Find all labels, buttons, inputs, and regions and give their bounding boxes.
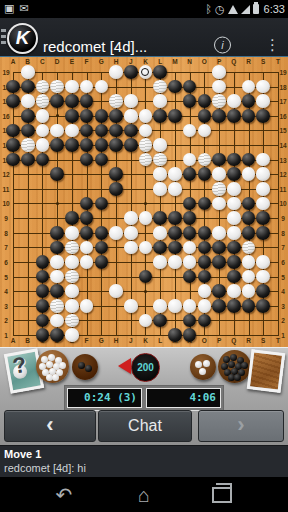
kgs-logo[interactable]: K: [7, 23, 38, 54]
white-stone-H4[interactable]: [109, 284, 123, 298]
row-label: 16: [2, 112, 9, 119]
black-stone-G15[interactable]: [95, 124, 109, 138]
black-stone-D8[interactable]: [50, 226, 64, 240]
white-stone-P10[interactable]: [212, 197, 226, 211]
white-stone-R12[interactable]: [242, 167, 256, 181]
black-stone-Q3[interactable]: [227, 299, 241, 313]
white-stone-L6[interactable]: [153, 255, 167, 269]
black-stone-M7[interactable]: [168, 241, 182, 255]
white-stone-Q17[interactable]: [227, 94, 241, 108]
black-stone-N2[interactable]: [183, 314, 197, 328]
row-label: 19: [279, 69, 286, 76]
column-label: G: [99, 337, 104, 344]
black-stone-S9[interactable]: [256, 211, 270, 225]
black-stone-R3[interactable]: [242, 299, 256, 313]
black-stone-A17[interactable]: [6, 94, 20, 108]
black-stone-M9[interactable]: [168, 211, 182, 225]
black-stone-F13[interactable]: [80, 153, 94, 167]
android-home-icon[interactable]: ⌂: [138, 483, 150, 506]
column-label: L: [158, 337, 162, 344]
black-stone-M1[interactable]: [168, 328, 182, 342]
move-label: Move 1: [4, 448, 41, 460]
row-label: 17: [279, 98, 286, 105]
star-point: [144, 290, 147, 293]
white-stone-bowl-icon: [36, 350, 69, 383]
white-stone-J9[interactable]: [124, 211, 138, 225]
white-stone-L3[interactable]: [153, 299, 167, 313]
white-stone-E7[interactable]: [65, 241, 79, 255]
column-label: R: [246, 58, 251, 65]
white-stone-J17[interactable]: [124, 94, 138, 108]
column-label: B: [25, 58, 30, 65]
star-point: [144, 202, 147, 205]
black-stone-C2[interactable]: [36, 314, 50, 328]
white-pebble: [199, 368, 206, 375]
white-stone-S11[interactable]: [256, 182, 270, 196]
white-stone-R6[interactable]: [242, 255, 256, 269]
black-stone-C3[interactable]: [36, 299, 50, 313]
player-photo-card[interactable]: [247, 349, 286, 393]
column-label: J: [129, 337, 133, 344]
black-stone-A14[interactable]: [6, 138, 20, 152]
white-stone-D3[interactable]: [50, 299, 64, 313]
black-stone-O2[interactable]: [198, 314, 212, 328]
white-stone-L11[interactable]: [153, 182, 167, 196]
black-stone-L2[interactable]: [153, 314, 167, 328]
white-stone-D18[interactable]: [50, 80, 64, 94]
black-stone-N18[interactable]: [183, 80, 197, 94]
chat-message: redcomet [4d]: hi: [4, 462, 86, 474]
black-stone-R8[interactable]: [242, 226, 256, 240]
white-stone-C14[interactable]: [36, 138, 50, 152]
black-stone-F10[interactable]: [80, 197, 94, 211]
black-pebble: [234, 374, 241, 381]
black-stone-R9[interactable]: [242, 211, 256, 225]
white-stone-E15[interactable]: [65, 124, 79, 138]
white-stone-E3[interactable]: [65, 299, 79, 313]
prev-move-button[interactable]: ‹: [4, 410, 96, 442]
black-stone-R13[interactable]: [242, 153, 256, 167]
black-stone-N12[interactable]: [183, 167, 197, 181]
white-clock: 0:24 (3): [67, 388, 142, 408]
black-stone-P4[interactable]: [212, 284, 226, 298]
white-stone-P18[interactable]: [212, 80, 226, 94]
white-stone-D6[interactable]: [50, 255, 64, 269]
white-stone-P8[interactable]: [212, 226, 226, 240]
black-stone-D12[interactable]: [50, 167, 64, 181]
black-stone-F16[interactable]: [80, 109, 94, 123]
column-label: K: [143, 58, 148, 65]
captured-white-stones-lid: [190, 354, 216, 380]
wifi-icon: [228, 5, 238, 14]
white-stone-C18[interactable]: [36, 80, 50, 94]
white-stone-O3[interactable]: [198, 299, 212, 313]
black-stone-C1[interactable]: [36, 328, 50, 342]
black-stone-O10[interactable]: [198, 197, 212, 211]
black-stone-O7[interactable]: [198, 241, 212, 255]
white-stone-K2[interactable]: [139, 314, 153, 328]
black-stone-N5[interactable]: [183, 270, 197, 284]
android-back-icon[interactable]: ↶: [56, 483, 73, 507]
column-label: H: [114, 58, 119, 65]
black-stone-O16[interactable]: [198, 109, 212, 123]
black-stone-H12[interactable]: [109, 167, 123, 181]
black-stone-F17[interactable]: [80, 94, 94, 108]
black-stone-P13[interactable]: [212, 153, 226, 167]
white-pebble: [52, 374, 59, 381]
white-stone-L13[interactable]: [153, 153, 167, 167]
white-stone-B19[interactable]: [21, 65, 35, 79]
white-stone-D15[interactable]: [50, 124, 64, 138]
black-stone-A15[interactable]: [6, 124, 20, 138]
black-stone-M16[interactable]: [168, 109, 182, 123]
alarm-icon: ◷: [215, 3, 225, 16]
white-stone-Q8[interactable]: [227, 226, 241, 240]
bluetooth-icon: ᛒ: [205, 3, 212, 16]
white-stone-Q10[interactable]: [227, 197, 241, 211]
black-stone-P6[interactable]: [212, 255, 226, 269]
white-stone-K7[interactable]: [139, 241, 153, 255]
black-stone-G7[interactable]: [95, 241, 109, 255]
black-stone-F15[interactable]: [80, 124, 94, 138]
column-label: T: [276, 58, 280, 65]
white-stone-R4[interactable]: [242, 284, 256, 298]
black-stone-K5[interactable]: [139, 270, 153, 284]
row-label: 11: [280, 185, 287, 192]
black-stone-N8[interactable]: [183, 226, 197, 240]
black-stone-R17[interactable]: [242, 94, 256, 108]
white-stone-E6[interactable]: [65, 255, 79, 269]
white-stone-L14[interactable]: [153, 138, 167, 152]
black-stone-O17[interactable]: [198, 94, 212, 108]
column-label: S: [261, 337, 265, 344]
white-stone-N15[interactable]: [183, 124, 197, 138]
white-stone-Q9[interactable]: [227, 211, 241, 225]
black-stone-F14[interactable]: [80, 138, 94, 152]
row-label: 7: [281, 244, 285, 251]
black-stone-G6[interactable]: [95, 255, 109, 269]
black-stone-E16[interactable]: [65, 109, 79, 123]
black-stone-Q16[interactable]: [227, 109, 241, 123]
white-stone-K19[interactable]: [139, 65, 153, 79]
white-stone-N6[interactable]: [183, 255, 197, 269]
menu-icon[interactable]: [1, 29, 6, 45]
white-stone-M6[interactable]: [168, 255, 182, 269]
white-stone-J3[interactable]: [124, 299, 138, 313]
status-time: 6:33: [264, 3, 285, 15]
white-stone-P11[interactable]: [212, 182, 226, 196]
black-stone-H11[interactable]: [109, 182, 123, 196]
move-back-arrow-icon[interactable]: [118, 358, 131, 374]
next-move-button[interactable]: ›: [198, 410, 284, 442]
black-stone-P7[interactable]: [212, 241, 226, 255]
kgs-app-screen: ▣ ✉ ᛒ ◷ 6:33 K redcomet [4d]... i ⋮ AABB…: [0, 0, 288, 512]
black-stone-J19[interactable]: [124, 65, 138, 79]
column-label: A: [11, 58, 16, 65]
star-point: [56, 202, 59, 205]
white-stone-H8[interactable]: [109, 226, 123, 240]
column-label: G: [99, 58, 104, 65]
white-stone-E18[interactable]: [65, 80, 79, 94]
black-stone-G16[interactable]: [95, 109, 109, 123]
chevron-right-icon: ›: [237, 412, 244, 437]
black-stone-A18[interactable]: [6, 80, 20, 94]
column-label: H: [114, 337, 119, 344]
black-stone-B18[interactable]: [21, 80, 35, 94]
row-label: 9: [4, 215, 8, 222]
black-stone-G13[interactable]: [95, 153, 109, 167]
game-title: redcomet [4d]...: [43, 38, 147, 55]
row-label: 4: [4, 288, 8, 295]
black-stone-G8[interactable]: [95, 226, 109, 240]
white-stone-S10[interactable]: [256, 197, 270, 211]
white-stone-N13[interactable]: [183, 153, 197, 167]
white-stone-F7[interactable]: [80, 241, 94, 255]
battery-icon: [253, 4, 259, 14]
white-stone-B14[interactable]: [21, 138, 35, 152]
black-stone-O12[interactable]: [198, 167, 212, 181]
white-stone-Q11[interactable]: [227, 182, 241, 196]
black-stone-L16[interactable]: [153, 109, 167, 123]
overflow-menu-icon[interactable]: ⋮: [265, 36, 280, 54]
black-stone-L7[interactable]: [153, 241, 167, 255]
black-stone-S4[interactable]: [256, 284, 270, 298]
row-label: 14: [279, 142, 286, 149]
white-stone-F6[interactable]: [80, 255, 94, 269]
row-label: 19: [2, 69, 9, 76]
white-stone-G18[interactable]: [95, 80, 109, 94]
white-stone-P17[interactable]: [212, 94, 226, 108]
android-nav-bar: ↶ ⌂: [0, 477, 288, 512]
white-stone-L18[interactable]: [153, 80, 167, 94]
black-stone-D4[interactable]: [50, 284, 64, 298]
row-label: 18: [279, 83, 286, 90]
black-stone-E17[interactable]: [65, 94, 79, 108]
white-stone-M12[interactable]: [168, 167, 182, 181]
row-label: 1: [4, 331, 8, 338]
black-stone-O6[interactable]: [198, 255, 212, 269]
white-stone-D2[interactable]: [50, 314, 64, 328]
white-stone-K9[interactable]: [139, 211, 153, 225]
black-stone-S16[interactable]: [256, 109, 270, 123]
white-stone-F3[interactable]: [80, 299, 94, 313]
white-stone-B17[interactable]: [21, 94, 35, 108]
white-stone-K15[interactable]: [139, 124, 153, 138]
white-stone-E4[interactable]: [65, 284, 79, 298]
column-label: E: [70, 58, 74, 65]
black-stone-E14[interactable]: [65, 138, 79, 152]
black-stone-F9[interactable]: [80, 211, 94, 225]
black-stone-Q5[interactable]: [227, 270, 241, 284]
white-stone-E1[interactable]: [65, 328, 79, 342]
black-stone-H15[interactable]: [109, 124, 123, 138]
white-stone-D5[interactable]: [50, 270, 64, 284]
row-label: 16: [279, 112, 286, 119]
white-stone-S17[interactable]: [256, 94, 270, 108]
black-stone-Q13[interactable]: [227, 153, 241, 167]
white-stone-E8[interactable]: [65, 226, 79, 240]
black-stone-B13[interactable]: [21, 153, 35, 167]
white-stone-K13[interactable]: [139, 153, 153, 167]
black-stone-D17[interactable]: [50, 94, 64, 108]
black-stone-R16[interactable]: [242, 109, 256, 123]
column-label: M: [172, 58, 177, 65]
white-stone-M11[interactable]: [168, 182, 182, 196]
row-label: 2: [4, 317, 8, 324]
black-stone-D7[interactable]: [50, 241, 64, 255]
white-stone-H17[interactable]: [109, 94, 123, 108]
black-stone-C6[interactable]: [36, 255, 50, 269]
white-stone-O15[interactable]: [198, 124, 212, 138]
chevron-left-icon: ‹: [46, 412, 53, 437]
info-icon[interactable]: i: [214, 37, 231, 54]
black-stone-M18[interactable]: [168, 80, 182, 94]
column-label: Q: [231, 58, 236, 65]
chat-area[interactable]: Move 1 redcomet [4d]: hi: [0, 445, 288, 478]
white-stone-N3[interactable]: [183, 299, 197, 313]
black-stone-L19[interactable]: [153, 65, 167, 79]
column-label: R: [246, 337, 251, 344]
white-stone-K16[interactable]: [139, 109, 153, 123]
row-label: 2: [281, 317, 285, 324]
column-label: K: [143, 337, 148, 344]
white-stone-M3[interactable]: [168, 299, 182, 313]
white-stone-J16[interactable]: [124, 109, 138, 123]
black-stone-C5[interactable]: [36, 270, 50, 284]
white-stone-F18[interactable]: [80, 80, 94, 94]
black-stone-E9[interactable]: [65, 211, 79, 225]
black-stone-N17[interactable]: [183, 94, 197, 108]
row-label: 9: [281, 215, 285, 222]
column-label: J: [129, 58, 133, 65]
android-status-bar: ▣ ✉ ᛒ ◷ 6:33: [0, 0, 288, 18]
black-stone-O5[interactable]: [198, 270, 212, 284]
black-stone-D14[interactable]: [50, 138, 64, 152]
white-stone-L17[interactable]: [153, 94, 167, 108]
white-pebble: [48, 354, 55, 361]
black-stone-N10[interactable]: [183, 197, 197, 211]
star-point: [56, 114, 59, 117]
white-stone-J8[interactable]: [124, 226, 138, 240]
go-board[interactable]: AABBCCDDEEFFGGHHJJKKLLMMNNOOPPQQRRSSTT19…: [0, 57, 288, 347]
row-label: 8: [4, 229, 8, 236]
black-stone-A13[interactable]: [6, 153, 20, 167]
white-stone-O4[interactable]: [198, 284, 212, 298]
white-stone-N7[interactable]: [183, 241, 197, 255]
white-stone-S18[interactable]: [256, 80, 270, 94]
black-stone-B16[interactable]: [21, 109, 35, 123]
white-stone-S12[interactable]: [256, 167, 270, 181]
black-pebble: [85, 365, 92, 372]
black-stone-N9[interactable]: [183, 211, 197, 225]
black-stone-J15[interactable]: [124, 124, 138, 138]
clock-frame: 0:24 (3) 4:06: [64, 385, 224, 411]
black-stone-H14[interactable]: [109, 138, 123, 152]
column-label: O: [202, 337, 207, 344]
black-stone-H16[interactable]: [109, 109, 123, 123]
column-label: L: [158, 58, 162, 65]
black-stone-J14[interactable]: [124, 138, 138, 152]
row-label: 15: [279, 127, 286, 134]
row-label: 10: [279, 200, 286, 207]
column-label: S: [261, 58, 265, 65]
captured-black-stones-lid: [72, 354, 98, 380]
black-stone-F8[interactable]: [80, 226, 94, 240]
white-stone-P12[interactable]: [212, 167, 226, 181]
white-stone-E5[interactable]: [65, 270, 79, 284]
black-stone-S8[interactable]: [256, 226, 270, 240]
white-stone-S6[interactable]: [256, 255, 270, 269]
black-stone-R10[interactable]: [242, 197, 256, 211]
white-stone-E2[interactable]: [65, 314, 79, 328]
white-stone-R7[interactable]: [242, 241, 256, 255]
white-stone-S5[interactable]: [256, 270, 270, 284]
move-number-badge[interactable]: 200: [131, 353, 160, 382]
row-label: 1: [281, 331, 285, 338]
black-stone-Q6[interactable]: [227, 255, 241, 269]
black-stone-G14[interactable]: [95, 138, 109, 152]
last-move-marker: [141, 68, 149, 76]
black-stone-C13[interactable]: [36, 153, 50, 167]
white-stone-R18[interactable]: [242, 80, 256, 94]
white-stone-R5[interactable]: [242, 270, 256, 284]
app-bar: K redcomet [4d]... i ⋮: [0, 18, 288, 56]
white-stone-J7[interactable]: [124, 241, 138, 255]
white-stone-H19[interactable]: [109, 65, 123, 79]
column-label: D: [55, 58, 60, 65]
black-stone-Q7[interactable]: [227, 241, 241, 255]
black-stone-P3[interactable]: [212, 299, 226, 313]
white-stone-L8[interactable]: [153, 226, 167, 240]
black-stone-O8[interactable]: [198, 226, 212, 240]
android-recents-icon[interactable]: [212, 487, 232, 503]
white-stone-C17[interactable]: [36, 94, 50, 108]
white-stone-O13[interactable]: [198, 153, 212, 167]
black-stone-D1[interactable]: [50, 328, 64, 342]
black-stone-N1[interactable]: [183, 328, 197, 342]
black-stone-G10[interactable]: [95, 197, 109, 211]
screenshot-icon: ▣: [4, 2, 14, 15]
row-label: 3: [281, 302, 285, 309]
white-stone-S13[interactable]: [256, 153, 270, 167]
gmail-icon: ✉: [19, 2, 28, 15]
black-stone-B15[interactable]: [21, 124, 35, 138]
white-stone-P19[interactable]: [212, 65, 226, 79]
white-stone-C15[interactable]: [36, 124, 50, 138]
chat-button[interactable]: Chat: [98, 410, 192, 442]
black-stone-P16[interactable]: [212, 109, 226, 123]
row-label: 5: [281, 273, 285, 280]
column-label: F: [85, 337, 89, 344]
black-stone-S3[interactable]: [256, 299, 270, 313]
row-label: 8: [281, 229, 285, 236]
column-label: P: [217, 337, 221, 344]
white-stone-L12[interactable]: [153, 167, 167, 181]
row-label: 13: [279, 156, 286, 163]
white-pebble: [203, 360, 210, 367]
column-label: P: [217, 58, 221, 65]
white-stone-C16[interactable]: [36, 109, 50, 123]
black-stone-C4[interactable]: [36, 284, 50, 298]
black-stone-L9[interactable]: [153, 211, 167, 225]
black-stone-Q12[interactable]: [227, 167, 241, 181]
white-stone-Q4[interactable]: [227, 284, 241, 298]
white-pebble: [46, 361, 53, 368]
white-stone-K14[interactable]: [139, 138, 153, 152]
column-label: B: [25, 337, 30, 344]
nav-button-row: ‹ Chat ›: [0, 410, 288, 441]
black-stone-M8[interactable]: [168, 226, 182, 240]
